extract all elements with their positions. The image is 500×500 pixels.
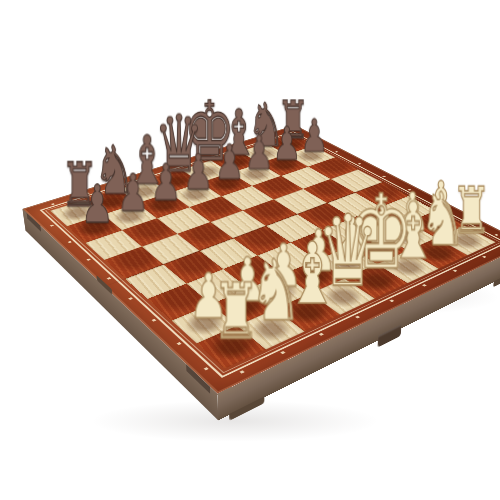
board-surface: ♜♞♝♛♚♝♞♜♟♟♟♟♟♟♟♟♟♟♟♟♟♟♟♟♜♞♝♛♚♝♞♜ bbox=[23, 125, 500, 394]
chess-board: ♜♞♝♛♚♝♞♜♟♟♟♟♟♟♟♟♟♟♟♟♟♟♟♟♜♞♝♛♚♝♞♜ bbox=[23, 125, 500, 394]
case-clasp bbox=[377, 324, 401, 348]
board-field: ♜♞♝♛♚♝♞♜♟♟♟♟♟♟♟♟♟♟♟♟♟♟♟♟♜♞♝♛♚♝♞♜ bbox=[50, 135, 496, 369]
product-photo: Folding magnetic chess set with wood-gra… bbox=[0, 0, 500, 500]
case-foot bbox=[493, 270, 500, 288]
piece-glyph: ♟ bbox=[62, 178, 133, 231]
piece-glyph: ♜ bbox=[192, 273, 279, 350]
scene: ♜♞♝♛♚♝♞♜♟♟♟♟♟♟♟♟♟♟♟♟♟♟♟♟♜♞♝♛♚♝♞♜ bbox=[0, 0, 500, 500]
case-foot bbox=[229, 396, 264, 421]
square-a1: ♜ bbox=[197, 326, 266, 369]
